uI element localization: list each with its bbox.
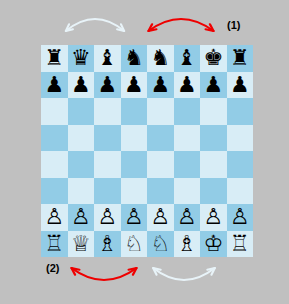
piece-white-knight: ♘ — [150, 231, 170, 257]
square-f1: ♗ — [174, 231, 201, 258]
square-d6 — [121, 98, 148, 125]
piece-black-king: ♚ — [203, 45, 223, 71]
piece-black-pawn: ♟ — [71, 72, 91, 98]
piece-white-king: ♔ — [203, 231, 223, 257]
square-d2: ♙ — [121, 204, 148, 231]
swap-arrow-e8-g8 — [142, 14, 220, 36]
square-g3 — [200, 178, 227, 205]
square-g5 — [200, 125, 227, 152]
piece-white-rook: ♖ — [230, 231, 250, 257]
piece-black-rook: ♜ — [230, 45, 250, 71]
swap-arrow-b8-d8 — [60, 14, 130, 36]
square-g4 — [200, 151, 227, 178]
swap-step-label-1: (1) — [227, 19, 240, 31]
piece-black-pawn: ♟ — [203, 72, 223, 98]
piece-black-pawn: ♟ — [44, 72, 64, 98]
piece-black-knight: ♞ — [124, 45, 144, 71]
piece-white-pawn: ♙ — [124, 204, 144, 230]
square-a4 — [41, 151, 68, 178]
piece-white-pawn: ♙ — [71, 204, 91, 230]
chess-setup-diagram: (1) ♜♛♝♞♞♝♚♜♟♟♟♟♟♟♟♟♙♙♙♙♙♙♙♙♖♕♗♘♘♗♔♖ (2) — [0, 0, 289, 304]
piece-black-pawn: ♟ — [150, 72, 170, 98]
square-e4 — [147, 151, 174, 178]
square-h5 — [227, 125, 254, 152]
square-f2: ♙ — [174, 204, 201, 231]
square-b6 — [68, 98, 95, 125]
square-c7: ♟ — [94, 72, 121, 99]
square-f5 — [174, 125, 201, 152]
piece-white-bishop: ♗ — [177, 231, 197, 257]
square-b5 — [68, 125, 95, 152]
square-a1: ♖ — [41, 231, 68, 258]
square-d1: ♘ — [121, 231, 148, 258]
piece-black-queen: ♛ — [71, 45, 91, 71]
piece-black-bishop: ♝ — [177, 45, 197, 71]
square-e5 — [147, 125, 174, 152]
square-b4 — [68, 151, 95, 178]
square-c1: ♗ — [94, 231, 121, 258]
square-b1: ♕ — [68, 231, 95, 258]
piece-black-pawn: ♟ — [124, 72, 144, 98]
piece-white-pawn: ♙ — [177, 204, 197, 230]
square-d3 — [121, 178, 148, 205]
piece-white-pawn: ♙ — [230, 204, 250, 230]
square-a2: ♙ — [41, 204, 68, 231]
square-f7: ♟ — [174, 72, 201, 99]
swap-arrow-e1-g1 — [147, 263, 221, 285]
square-e6 — [147, 98, 174, 125]
piece-white-pawn: ♙ — [97, 204, 117, 230]
square-a8: ♜ — [41, 45, 68, 72]
square-g7: ♟ — [200, 72, 227, 99]
square-f8: ♝ — [174, 45, 201, 72]
square-a6 — [41, 98, 68, 125]
chess-board: ♜♛♝♞♞♝♚♜♟♟♟♟♟♟♟♟♙♙♙♙♙♙♙♙♖♕♗♘♘♗♔♖ — [41, 45, 253, 257]
piece-black-rook: ♜ — [44, 45, 64, 71]
piece-white-queen: ♕ — [71, 231, 91, 257]
square-c6 — [94, 98, 121, 125]
square-d7: ♟ — [121, 72, 148, 99]
square-f6 — [174, 98, 201, 125]
square-h4 — [227, 151, 254, 178]
square-b7: ♟ — [68, 72, 95, 99]
piece-black-pawn: ♟ — [177, 72, 197, 98]
swap-step-label-2: (2) — [46, 262, 59, 274]
piece-white-bishop: ♗ — [97, 231, 117, 257]
square-d4 — [121, 151, 148, 178]
square-h8: ♜ — [227, 45, 254, 72]
square-c2: ♙ — [94, 204, 121, 231]
square-c5 — [94, 125, 121, 152]
square-c4 — [94, 151, 121, 178]
square-f4 — [174, 151, 201, 178]
square-g1: ♔ — [200, 231, 227, 258]
square-d8: ♞ — [121, 45, 148, 72]
square-d5 — [121, 125, 148, 152]
piece-black-pawn: ♟ — [97, 72, 117, 98]
square-c3 — [94, 178, 121, 205]
piece-white-pawn: ♙ — [44, 204, 64, 230]
piece-white-pawn: ♙ — [150, 204, 170, 230]
square-h1: ♖ — [227, 231, 254, 258]
square-g6 — [200, 98, 227, 125]
square-f3 — [174, 178, 201, 205]
square-g2: ♙ — [200, 204, 227, 231]
square-b3 — [68, 178, 95, 205]
square-c8: ♝ — [94, 45, 121, 72]
square-a3 — [41, 178, 68, 205]
square-h2: ♙ — [227, 204, 254, 231]
piece-white-knight: ♘ — [124, 231, 144, 257]
piece-white-pawn: ♙ — [203, 204, 223, 230]
square-e8: ♞ — [147, 45, 174, 72]
square-e3 — [147, 178, 174, 205]
square-h3 — [227, 178, 254, 205]
square-h7: ♟ — [227, 72, 254, 99]
square-e7: ♟ — [147, 72, 174, 99]
piece-black-pawn: ♟ — [230, 72, 250, 98]
square-b2: ♙ — [68, 204, 95, 231]
square-a5 — [41, 125, 68, 152]
piece-black-bishop: ♝ — [97, 45, 117, 71]
square-a7: ♟ — [41, 72, 68, 99]
swap-arrow-b1-d1 — [65, 263, 143, 285]
square-b8: ♛ — [68, 45, 95, 72]
piece-white-rook: ♖ — [44, 231, 64, 257]
square-h6 — [227, 98, 254, 125]
piece-black-knight: ♞ — [150, 45, 170, 71]
square-e2: ♙ — [147, 204, 174, 231]
square-g8: ♚ — [200, 45, 227, 72]
square-e1: ♘ — [147, 231, 174, 258]
